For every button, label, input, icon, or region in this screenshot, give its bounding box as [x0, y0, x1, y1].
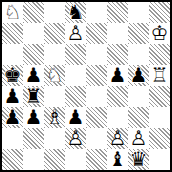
piece-black-pawn[interactable]: ♟ [2, 86, 23, 107]
piece-white-rook[interactable]: ♜♖ [149, 65, 170, 86]
square-c1[interactable] [44, 149, 65, 170]
square-d1[interactable] [65, 149, 86, 170]
piece-black-pawn[interactable]: ♟ [2, 107, 23, 128]
square-e3[interactable] [86, 107, 107, 128]
square-c8[interactable] [44, 2, 65, 23]
square-e7[interactable] [86, 23, 107, 44]
square-h1[interactable] [149, 149, 170, 170]
piece-glyph-outline: ♔ [149, 23, 170, 44]
square-f4[interactable] [107, 86, 128, 107]
piece-glyph-outline: ♙ [128, 128, 149, 149]
piece-black-pawn[interactable]: ♟ [65, 107, 86, 128]
piece-white-knight[interactable]: ♞♘ [2, 2, 23, 23]
square-g1[interactable]: ♛ [128, 149, 149, 170]
square-d8[interactable]: ♞ [65, 2, 86, 23]
square-d6[interactable] [65, 44, 86, 65]
square-g5[interactable]: ♟ [128, 65, 149, 86]
piece-black-pawn[interactable]: ♟ [107, 65, 128, 86]
piece-glyph-outline: ♘ [44, 65, 65, 86]
piece-white-king[interactable]: ♚♔ [149, 23, 170, 44]
square-f1[interactable]: ♝ [107, 149, 128, 170]
square-f2[interactable]: ♟♙ [107, 128, 128, 149]
square-b4[interactable]: ♜ [23, 86, 44, 107]
square-e8[interactable] [86, 2, 107, 23]
piece-glyph: ♟ [65, 107, 86, 128]
chess-board: ♞♘♞♟♙♚♔♚♟♞♘♟♟♜♖♟♜♟♟♝♗♟♟♙♟♙♟♙♝♛ [0, 0, 172, 172]
square-a2[interactable] [2, 128, 23, 149]
square-h3[interactable] [149, 107, 170, 128]
square-b8[interactable] [23, 2, 44, 23]
piece-black-rook[interactable]: ♜ [23, 86, 44, 107]
square-f7[interactable] [107, 23, 128, 44]
piece-glyph: ♟ [23, 107, 44, 128]
piece-glyph-outline: ♖ [149, 65, 170, 86]
piece-glyph: ♟ [23, 65, 44, 86]
piece-black-pawn[interactable]: ♟ [23, 65, 44, 86]
piece-black-knight[interactable]: ♞ [65, 2, 86, 23]
piece-black-pawn[interactable]: ♟ [128, 65, 149, 86]
square-a6[interactable] [2, 44, 23, 65]
square-c2[interactable] [44, 128, 65, 149]
square-e6[interactable] [86, 44, 107, 65]
piece-black-bishop[interactable]: ♝ [107, 149, 128, 170]
piece-glyph-outline: ♙ [107, 128, 128, 149]
square-h8[interactable] [149, 2, 170, 23]
square-a8[interactable]: ♞♘ [2, 2, 23, 23]
square-c7[interactable] [44, 23, 65, 44]
piece-glyph: ♟ [128, 65, 149, 86]
square-a3[interactable]: ♟ [2, 107, 23, 128]
square-f8[interactable] [107, 2, 128, 23]
piece-glyph: ♝ [107, 149, 128, 170]
square-g7[interactable] [128, 23, 149, 44]
piece-glyph: ♟ [2, 107, 23, 128]
square-f6[interactable] [107, 44, 128, 65]
square-d7[interactable]: ♟♙ [65, 23, 86, 44]
piece-glyph: ♛ [128, 149, 149, 170]
piece-glyph: ♟ [107, 65, 128, 86]
square-d3[interactable]: ♟ [65, 107, 86, 128]
square-d5[interactable] [65, 65, 86, 86]
square-b3[interactable]: ♟ [23, 107, 44, 128]
square-e1[interactable] [86, 149, 107, 170]
square-c6[interactable] [44, 44, 65, 65]
piece-white-pawn[interactable]: ♟♙ [65, 23, 86, 44]
square-h5[interactable]: ♜♖ [149, 65, 170, 86]
piece-glyph: ♞ [65, 2, 86, 23]
square-g8[interactable] [128, 2, 149, 23]
piece-black-queen[interactable]: ♛ [128, 149, 149, 170]
piece-glyph-outline: ♙ [65, 23, 86, 44]
square-h2[interactable] [149, 128, 170, 149]
piece-glyph: ♟ [2, 86, 23, 107]
square-h6[interactable] [149, 44, 170, 65]
square-d4[interactable] [65, 86, 86, 107]
square-b7[interactable] [23, 23, 44, 44]
square-e5[interactable] [86, 65, 107, 86]
square-h7[interactable]: ♚♔ [149, 23, 170, 44]
piece-black-king[interactable]: ♚ [2, 65, 23, 86]
square-h4[interactable] [149, 86, 170, 107]
square-d2[interactable]: ♟♙ [65, 128, 86, 149]
piece-black-pawn[interactable]: ♟ [23, 107, 44, 128]
square-f3[interactable] [107, 107, 128, 128]
square-b5[interactable]: ♟ [23, 65, 44, 86]
square-b1[interactable] [23, 149, 44, 170]
square-b6[interactable] [23, 44, 44, 65]
square-a5[interactable]: ♚ [2, 65, 23, 86]
piece-white-pawn[interactable]: ♟♙ [128, 128, 149, 149]
piece-glyph-outline: ♗ [44, 107, 65, 128]
square-g4[interactable] [128, 86, 149, 107]
square-c3[interactable]: ♝♗ [44, 107, 65, 128]
square-e4[interactable] [86, 86, 107, 107]
piece-white-knight[interactable]: ♞♘ [44, 65, 65, 86]
square-c4[interactable] [44, 86, 65, 107]
square-g3[interactable] [128, 107, 149, 128]
square-c5[interactable]: ♞♘ [44, 65, 65, 86]
piece-glyph: ♜ [23, 86, 44, 107]
piece-white-pawn[interactable]: ♟♙ [107, 128, 128, 149]
piece-glyph-outline: ♙ [65, 128, 86, 149]
piece-white-pawn[interactable]: ♟♙ [65, 128, 86, 149]
square-a4[interactable]: ♟ [2, 86, 23, 107]
square-g2[interactable]: ♟♙ [128, 128, 149, 149]
square-a1[interactable] [2, 149, 23, 170]
square-f5[interactable]: ♟ [107, 65, 128, 86]
piece-glyph: ♚ [2, 65, 23, 86]
square-e2[interactable] [86, 128, 107, 149]
square-g6[interactable] [128, 44, 149, 65]
piece-white-bishop[interactable]: ♝♗ [44, 107, 65, 128]
piece-glyph-outline: ♘ [2, 2, 23, 23]
square-b2[interactable] [23, 128, 44, 149]
square-a7[interactable] [2, 23, 23, 44]
